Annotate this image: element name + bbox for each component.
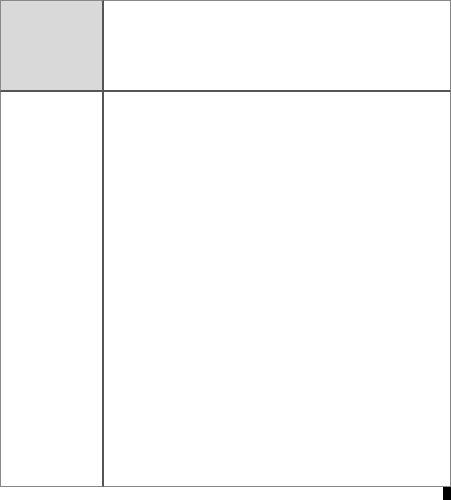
clue-corner-block xyxy=(0,0,104,92)
row-clues xyxy=(0,92,104,487)
nonogram-puzzle xyxy=(0,0,451,500)
puzzle-grid xyxy=(104,92,451,487)
site-watermark xyxy=(443,487,451,500)
column-clues xyxy=(104,0,451,92)
